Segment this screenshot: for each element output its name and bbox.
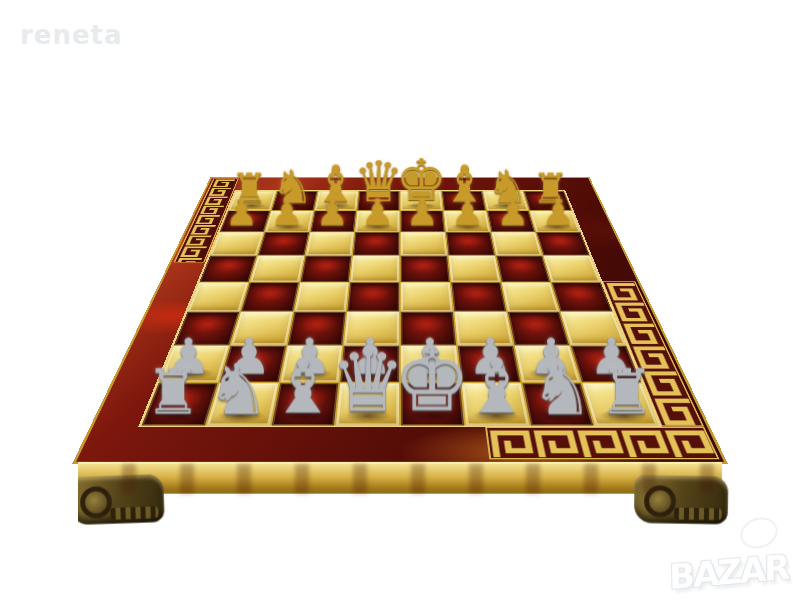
- square-a4: [188, 283, 248, 312]
- board-grid: ♜♞♝♛♚♝♞♜♟♟♟♟♟♟♟♟♟♟♟♟♟♟♟♟♜♞♝♛♚♝♞♜: [142, 191, 659, 425]
- gold-pawn: ♟: [496, 194, 529, 231]
- square-b5: [250, 256, 304, 282]
- square-c1: ♝: [271, 383, 338, 425]
- square-e6: [401, 232, 447, 255]
- square-e1: ♚: [401, 383, 464, 425]
- silver-rook: ♜: [599, 362, 655, 424]
- square-h7: ♟: [530, 211, 580, 232]
- silver-knight: ♞: [207, 354, 269, 424]
- square-b7: ♟: [265, 211, 313, 232]
- product-photo: reneta ♜♞♝♛♚♝♞♜♟♟♟♟♟♟♟♟♟♟♟♟♟♟♟♟♜♞♝♛♚♝♞♜ …: [0, 0, 800, 600]
- square-g4: [501, 283, 559, 312]
- square-e4: [401, 283, 453, 312]
- gold-pawn: ♟: [451, 194, 484, 231]
- square-d5: [350, 256, 399, 282]
- silver-rook: ♜: [146, 362, 202, 424]
- square-c6: [305, 232, 354, 255]
- square-g1: ♞: [522, 383, 594, 425]
- square-d4: [347, 283, 399, 312]
- gold-pawn: ♟: [542, 194, 575, 231]
- silver-knight: ♞: [531, 354, 593, 424]
- square-b4: [241, 283, 299, 312]
- square-f4: [451, 283, 506, 312]
- chess-board: ♜♞♝♛♚♝♞♜♟♟♟♟♟♟♟♟♟♟♟♟♟♟♟♟♜♞♝♛♚♝♞♜: [72, 177, 728, 464]
- square-h5: [544, 256, 601, 282]
- square-g7: ♟: [487, 211, 535, 232]
- square-g5: [496, 256, 550, 282]
- square-c7: ♟: [310, 211, 356, 232]
- square-a5: [200, 256, 257, 282]
- board-foot-left: [69, 474, 164, 525]
- square-h4: [552, 283, 612, 312]
- meander-pattern-bottom: [485, 427, 720, 460]
- square-d6: [353, 232, 399, 255]
- square-f7: ♟: [444, 211, 490, 232]
- square-c4: [294, 283, 349, 312]
- square-f1: ♝: [461, 383, 528, 425]
- gold-pawn: ♟: [316, 194, 349, 231]
- chess-set-scene: ♜♞♝♛♚♝♞♜♟♟♟♟♟♟♟♟♟♟♟♟♟♟♟♟♜♞♝♛♚♝♞♜: [72, 0, 728, 600]
- square-f5: [448, 256, 499, 282]
- square-a7: ♟: [220, 211, 270, 232]
- silver-bishop: ♝: [269, 349, 337, 424]
- square-b6: [258, 232, 309, 255]
- square-d7: ♟: [355, 211, 399, 232]
- square-h6: [537, 232, 590, 255]
- square-h1: ♜: [583, 383, 659, 425]
- square-c5: [300, 256, 351, 282]
- square-a6: [210, 232, 263, 255]
- square-d1: ♛: [336, 383, 399, 425]
- square-b1: ♞: [206, 383, 278, 425]
- silver-bishop: ♝: [463, 349, 531, 424]
- gold-pawn: ♟: [406, 194, 439, 231]
- silver-king: ♚: [394, 337, 472, 424]
- square-e5: [401, 256, 450, 282]
- square-e7: ♟: [401, 211, 445, 232]
- square-g6: [491, 232, 542, 255]
- board-foot-right: [634, 475, 729, 524]
- square-f6: [446, 232, 495, 255]
- gold-pawn: ♟: [271, 194, 304, 231]
- board-front-edge: [78, 462, 722, 494]
- gold-pawn: ♟: [361, 194, 394, 231]
- gold-pawn: ♟: [225, 194, 258, 231]
